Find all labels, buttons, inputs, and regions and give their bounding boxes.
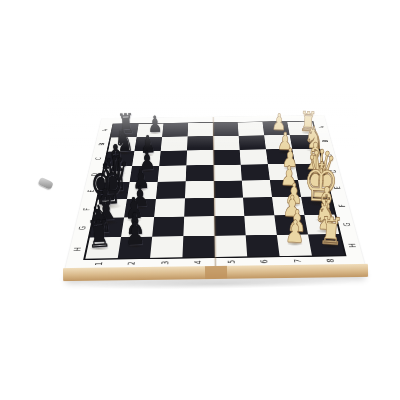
- coord-bottom-6: 6: [258, 257, 271, 265]
- coord-left-A: A: [100, 128, 110, 133]
- square-c5: [213, 150, 240, 165]
- square-h6: [246, 235, 280, 256]
- piece-white-pawn: ♟: [284, 216, 305, 248]
- square-g4: [183, 216, 214, 236]
- coord-bottom-5: 5: [225, 258, 237, 266]
- square-h3: [150, 236, 183, 258]
- square-a3: [162, 123, 188, 137]
- square-d5: [214, 165, 242, 181]
- square-d4: [186, 165, 214, 181]
- square-b3: [161, 136, 188, 150]
- square-c6: [240, 149, 268, 164]
- square-e6: [242, 180, 272, 197]
- square-f6: [243, 197, 274, 216]
- square-d3: [158, 165, 187, 181]
- coord-bottom-2: 2: [126, 259, 139, 267]
- coord-bottom-1: 1: [92, 260, 105, 268]
- piece-white-rook: ♜: [318, 212, 344, 251]
- square-h4: [182, 236, 214, 258]
- square-e4: [185, 181, 214, 198]
- coord-bottom-4: 4: [192, 258, 204, 266]
- square-e5: [214, 181, 243, 198]
- coord-bottom-8: 8: [324, 256, 338, 264]
- piece-black-pawn: ♟: [124, 218, 145, 250]
- square-f5: [214, 198, 244, 217]
- square-g6: [244, 215, 277, 235]
- chess-set-photo: 12345678ABCDEFGHABCDEFGH ♜♞♝♛♚♝♞♜♟♟♟♟♟♟♟…: [0, 0, 400, 400]
- square-c4: [186, 150, 213, 165]
- square-e3: [156, 181, 186, 198]
- fold-seam-edge: [205, 266, 227, 279]
- coord-left-H: H: [71, 245, 84, 253]
- square-f3: [154, 198, 185, 217]
- coord-bottom-3: 3: [159, 259, 171, 267]
- square-b5: [213, 136, 240, 150]
- square-b6: [239, 135, 266, 149]
- board-tilt-wrapper: 12345678ABCDEFGHABCDEFGH: [0, 0, 400, 400]
- square-a4: [188, 123, 214, 137]
- square-c3: [159, 150, 187, 165]
- coord-bottom-7: 7: [291, 257, 304, 265]
- square-g3: [152, 217, 184, 237]
- square-a5: [213, 123, 239, 137]
- square-f4: [184, 198, 214, 217]
- square-h5: [215, 235, 248, 257]
- square-b4: [187, 136, 213, 150]
- piece-black-rook: ♜: [86, 215, 112, 254]
- square-g5: [214, 216, 245, 236]
- square-d6: [241, 164, 270, 180]
- coord-right-H: H: [345, 242, 359, 250]
- fold-clasp-icon: [38, 177, 54, 190]
- square-a6: [238, 122, 264, 136]
